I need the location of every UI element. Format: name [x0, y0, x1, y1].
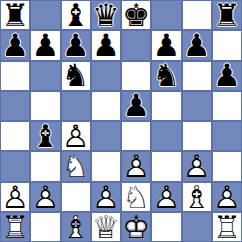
black-knight: ♞: [151, 61, 181, 91]
square-a8[interactable]: ♜: [0, 0, 30, 30]
black-pawn: ♟: [91, 30, 121, 60]
square-d5[interactable]: [91, 91, 121, 121]
white-pawn: ♟♙: [30, 182, 60, 212]
square-e8[interactable]: ♚: [121, 0, 151, 30]
white-queen-outline: ♕: [92, 212, 120, 242]
square-f5[interactable]: [151, 91, 181, 121]
square-h7[interactable]: [212, 30, 242, 60]
square-b7[interactable]: ♟: [30, 30, 60, 60]
square-d1[interactable]: ♛♕: [91, 212, 121, 242]
white-knight: ♞♘: [121, 182, 151, 212]
white-pawn-outline: ♙: [1, 182, 29, 212]
black-pawn: ♟: [61, 30, 91, 60]
white-pawn: ♟♙: [91, 182, 121, 212]
square-c6[interactable]: ♞: [61, 61, 91, 91]
white-bishop: ♝♗: [61, 212, 91, 242]
square-e2[interactable]: ♞♘: [121, 182, 151, 212]
white-pawn-outline: ♙: [31, 182, 59, 212]
square-e4[interactable]: [121, 121, 151, 151]
black-queen: ♛: [91, 0, 121, 30]
square-d8[interactable]: ♛: [91, 0, 121, 30]
square-h2[interactable]: ♟♙: [212, 182, 242, 212]
black-bishop: ♝: [30, 121, 60, 151]
square-b2[interactable]: ♟♙: [30, 182, 60, 212]
white-pawn-outline: ♙: [92, 182, 120, 212]
square-c4[interactable]: ♟♙: [61, 121, 91, 151]
white-pawn-outline: ♙: [152, 182, 180, 212]
square-g2[interactable]: ♝♗: [182, 182, 212, 212]
white-pawn: ♟♙: [212, 182, 242, 212]
square-d6[interactable]: [91, 61, 121, 91]
square-a4[interactable]: [0, 121, 30, 151]
square-e6[interactable]: [121, 61, 151, 91]
black-rook: ♜: [0, 0, 30, 30]
black-rook: ♜: [212, 0, 242, 30]
black-pawn: ♟: [182, 30, 212, 60]
white-bishop-outline: ♗: [62, 212, 90, 242]
square-h1[interactable]: ♜♖: [212, 212, 242, 242]
black-pawn: ♟: [30, 30, 60, 60]
black-pawn: ♟: [212, 61, 242, 91]
black-king: ♚: [121, 0, 151, 30]
square-b4[interactable]: ♝: [30, 121, 60, 151]
square-e7[interactable]: [121, 30, 151, 60]
black-knight: ♞: [61, 61, 91, 91]
square-a6[interactable]: [0, 61, 30, 91]
square-g3[interactable]: ♟♙: [182, 151, 212, 181]
square-c8[interactable]: ♝: [61, 0, 91, 30]
square-d3[interactable]: [91, 151, 121, 181]
white-pawn: ♟♙: [182, 151, 212, 181]
square-f3[interactable]: [151, 151, 181, 181]
white-rook: ♜♖: [0, 212, 30, 242]
square-f2[interactable]: ♟♙: [151, 182, 181, 212]
square-a3[interactable]: [0, 151, 30, 181]
square-a2[interactable]: ♟♙: [0, 182, 30, 212]
square-d4[interactable]: [91, 121, 121, 151]
white-pawn: ♟♙: [121, 151, 151, 181]
square-a1[interactable]: ♜♖: [0, 212, 30, 242]
black-pawn: ♟: [121, 91, 151, 121]
black-pawn: ♟: [0, 30, 30, 60]
square-g1[interactable]: [182, 212, 212, 242]
white-rook-outline: ♖: [213, 212, 241, 242]
square-c5[interactable]: [61, 91, 91, 121]
square-b8[interactable]: [30, 0, 60, 30]
square-e1[interactable]: ♚♔: [121, 212, 151, 242]
chess-board: ♜♝♛♚♜♟♟♟♟♟♟♞♞♟♟♝♟♙♞♘♟♙♟♙♟♙♟♙♟♙♞♘♟♙♝♗♟♙♜♖…: [0, 0, 242, 242]
square-c3[interactable]: ♞♘: [61, 151, 91, 181]
square-g7[interactable]: ♟: [182, 30, 212, 60]
white-knight: ♞♘: [61, 151, 91, 181]
square-b3[interactable]: [30, 151, 60, 181]
white-knight-outline: ♘: [122, 182, 150, 212]
square-b6[interactable]: [30, 61, 60, 91]
square-e5[interactable]: ♟: [121, 91, 151, 121]
white-king: ♚♔: [121, 212, 151, 242]
square-d2[interactable]: ♟♙: [91, 182, 121, 212]
square-g6[interactable]: [182, 61, 212, 91]
square-a5[interactable]: [0, 91, 30, 121]
square-f1[interactable]: [151, 212, 181, 242]
square-e3[interactable]: ♟♙: [121, 151, 151, 181]
square-g4[interactable]: [182, 121, 212, 151]
square-f8[interactable]: [151, 0, 181, 30]
white-bishop: ♝♗: [182, 182, 212, 212]
white-pawn-outline: ♙: [122, 151, 150, 181]
white-pawn: ♟♙: [0, 182, 30, 212]
square-h8[interactable]: ♜: [212, 0, 242, 30]
white-knight-outline: ♘: [62, 151, 90, 181]
square-g8[interactable]: [182, 0, 212, 30]
square-d7[interactable]: ♟: [91, 30, 121, 60]
square-b1[interactable]: [30, 212, 60, 242]
square-c7[interactable]: ♟: [61, 30, 91, 60]
white-king-outline: ♔: [122, 212, 150, 242]
white-pawn: ♟♙: [61, 121, 91, 151]
square-f6[interactable]: ♞: [151, 61, 181, 91]
square-a7[interactable]: ♟: [0, 30, 30, 60]
square-g5[interactable]: [182, 91, 212, 121]
square-f4[interactable]: [151, 121, 181, 151]
black-bishop: ♝: [61, 0, 91, 30]
square-c1[interactable]: ♝♗: [61, 212, 91, 242]
square-h3[interactable]: [212, 151, 242, 181]
white-rook: ♜♖: [212, 212, 242, 242]
black-pawn: ♟: [151, 30, 181, 60]
square-c2[interactable]: [61, 182, 91, 212]
white-bishop-outline: ♗: [183, 182, 211, 212]
white-rook-outline: ♖: [1, 212, 29, 242]
white-pawn-outline: ♙: [62, 121, 90, 151]
square-h5[interactable]: [212, 91, 242, 121]
white-queen: ♛♕: [91, 212, 121, 242]
white-pawn-outline: ♙: [213, 182, 241, 212]
square-b5[interactable]: [30, 91, 60, 121]
white-pawn-outline: ♙: [183, 151, 211, 181]
square-f7[interactable]: ♟: [151, 30, 181, 60]
square-h4[interactable]: [212, 121, 242, 151]
square-h6[interactable]: ♟: [212, 61, 242, 91]
white-pawn: ♟♙: [151, 182, 181, 212]
